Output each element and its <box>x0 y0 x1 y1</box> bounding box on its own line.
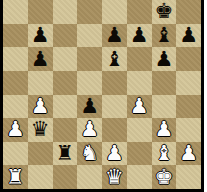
square-g1[interactable]: ♚ <box>152 165 177 189</box>
square-e2[interactable]: ♟ <box>102 142 127 166</box>
square-d6[interactable] <box>77 47 102 71</box>
square-d5[interactable] <box>77 71 102 95</box>
square-c5[interactable] <box>53 71 78 95</box>
piece-white-pawn[interactable]: ♟ <box>105 143 124 164</box>
square-e6[interactable]: ♝ <box>102 47 127 71</box>
square-e8[interactable] <box>102 0 127 24</box>
square-g3[interactable]: ♟ <box>152 118 177 142</box>
square-c1[interactable] <box>53 165 78 189</box>
square-d1[interactable] <box>77 165 102 189</box>
square-d4[interactable]: ♟ <box>77 95 102 119</box>
square-e3[interactable] <box>102 118 127 142</box>
square-c7[interactable] <box>53 24 78 48</box>
square-a3[interactable]: ♟ <box>3 118 28 142</box>
square-h6[interactable] <box>176 47 201 71</box>
square-c3[interactable] <box>53 118 78 142</box>
square-f7[interactable]: ♟ <box>127 24 152 48</box>
piece-white-king[interactable]: ♚ <box>154 167 173 188</box>
square-a1[interactable]: ♜ <box>3 165 28 189</box>
square-h3[interactable] <box>176 118 201 142</box>
square-f4[interactable]: ♟ <box>127 95 152 119</box>
square-c8[interactable] <box>53 0 78 24</box>
square-h2[interactable]: ♟ <box>176 142 201 166</box>
square-d3[interactable]: ♟ <box>77 118 102 142</box>
square-b3[interactable]: ♛ <box>28 118 53 142</box>
square-b2[interactable] <box>28 142 53 166</box>
square-e1[interactable]: ♛ <box>102 165 127 189</box>
square-g8[interactable]: ♚ <box>152 0 177 24</box>
square-a6[interactable] <box>3 47 28 71</box>
square-c2[interactable]: ♜ <box>53 142 78 166</box>
square-b5[interactable] <box>28 71 53 95</box>
square-d2[interactable]: ♞ <box>77 142 102 166</box>
square-f5[interactable] <box>127 71 152 95</box>
piece-black-pawn[interactable]: ♟ <box>179 25 198 46</box>
square-a2[interactable] <box>3 142 28 166</box>
piece-black-pawn[interactable]: ♟ <box>31 49 50 70</box>
square-d8[interactable] <box>77 0 102 24</box>
piece-white-pawn[interactable]: ♟ <box>80 119 99 140</box>
square-e7[interactable]: ♟ <box>102 24 127 48</box>
square-f2[interactable] <box>127 142 152 166</box>
square-e5[interactable] <box>102 71 127 95</box>
square-c4[interactable] <box>53 95 78 119</box>
piece-white-bishop[interactable]: ♝ <box>154 143 173 164</box>
piece-white-pawn[interactable]: ♟ <box>179 143 198 164</box>
piece-black-pawn[interactable]: ♟ <box>31 25 50 46</box>
square-b1[interactable] <box>28 165 53 189</box>
square-h7[interactable]: ♟ <box>176 24 201 48</box>
piece-black-pawn[interactable]: ♟ <box>154 49 173 70</box>
chess-board: ♚♟♟♟♝♟♟♝♟♟♟♟♟♛♟♟♜♞♟♝♟♜♛♚ <box>0 0 204 192</box>
square-f1[interactable] <box>127 165 152 189</box>
square-e4[interactable] <box>102 95 127 119</box>
square-a4[interactable] <box>3 95 28 119</box>
piece-black-queen[interactable]: ♛ <box>31 119 50 140</box>
piece-white-pawn[interactable]: ♟ <box>154 119 173 140</box>
square-a8[interactable] <box>3 0 28 24</box>
square-h5[interactable] <box>176 71 201 95</box>
piece-black-pawn[interactable]: ♟ <box>130 25 149 46</box>
piece-black-rook[interactable]: ♜ <box>55 143 74 164</box>
square-a5[interactable] <box>3 71 28 95</box>
piece-black-bishop[interactable]: ♝ <box>105 49 124 70</box>
piece-black-king[interactable]: ♚ <box>154 1 173 22</box>
square-a7[interactable] <box>3 24 28 48</box>
square-g6[interactable]: ♟ <box>152 47 177 71</box>
square-h1[interactable] <box>176 165 201 189</box>
square-h8[interactable] <box>176 0 201 24</box>
piece-black-bishop[interactable]: ♝ <box>154 25 173 46</box>
square-c6[interactable] <box>53 47 78 71</box>
piece-white-pawn[interactable]: ♟ <box>130 96 149 117</box>
square-b6[interactable]: ♟ <box>28 47 53 71</box>
square-h4[interactable] <box>176 95 201 119</box>
square-g2[interactable]: ♝ <box>152 142 177 166</box>
square-f3[interactable] <box>127 118 152 142</box>
square-f6[interactable] <box>127 47 152 71</box>
chess-app-window: ♚♟♟♟♝♟♟♝♟♟♟♟♟♛♟♟♜♞♟♝♟♜♛♚ <box>0 0 207 192</box>
square-f8[interactable] <box>127 0 152 24</box>
square-b7[interactable]: ♟ <box>28 24 53 48</box>
piece-white-rook[interactable]: ♜ <box>6 167 25 188</box>
piece-white-queen[interactable]: ♛ <box>105 167 124 188</box>
square-b4[interactable]: ♟ <box>28 95 53 119</box>
piece-white-knight[interactable]: ♞ <box>80 143 99 164</box>
square-d7[interactable] <box>77 24 102 48</box>
square-g7[interactable]: ♝ <box>152 24 177 48</box>
piece-white-pawn[interactable]: ♟ <box>6 119 25 140</box>
square-g5[interactable] <box>152 71 177 95</box>
piece-black-pawn[interactable]: ♟ <box>80 96 99 117</box>
square-b8[interactable] <box>28 0 53 24</box>
piece-black-pawn[interactable]: ♟ <box>105 25 124 46</box>
piece-white-pawn[interactable]: ♟ <box>31 96 50 117</box>
square-g4[interactable] <box>152 95 177 119</box>
